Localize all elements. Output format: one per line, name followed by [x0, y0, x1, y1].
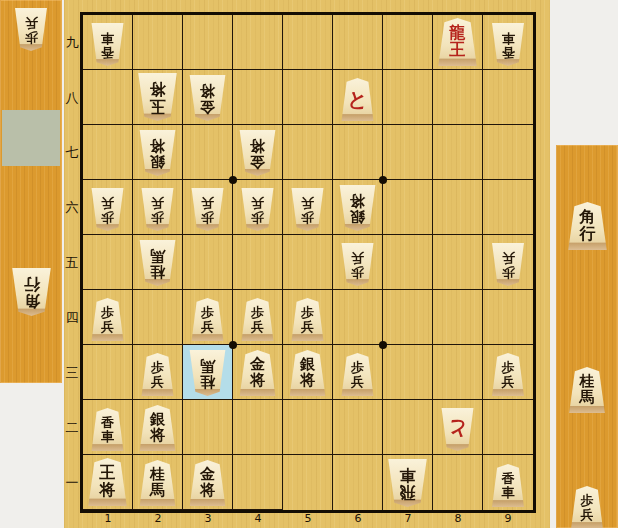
- shogi-piece[interactable]: と: [341, 78, 375, 121]
- board-cell[interactable]: [333, 400, 383, 455]
- board-cell[interactable]: 金将: [183, 455, 233, 510]
- shogi-piece[interactable]: 銀将: [289, 350, 327, 396]
- board-cell[interactable]: 歩兵: [83, 290, 133, 345]
- rank-label: 八: [62, 89, 82, 107]
- piece-kanji: 金将: [250, 137, 265, 169]
- shogi-piece[interactable]: 歩兵: [141, 188, 175, 231]
- board-cell[interactable]: [183, 235, 233, 290]
- board-cell[interactable]: [183, 15, 233, 70]
- shogi-piece[interactable]: 角行: [11, 268, 52, 316]
- rank-label: 六: [62, 199, 82, 217]
- board-cell[interactable]: [233, 455, 283, 510]
- board-cell[interactable]: 桂馬: [133, 235, 183, 290]
- board-cell[interactable]: 銀将: [133, 125, 183, 180]
- file-label: 8: [448, 512, 468, 525]
- rank-label: 九: [62, 34, 82, 52]
- shogi-piece[interactable]: 歩兵: [141, 353, 175, 396]
- piece-kanji: 銀将: [150, 137, 165, 169]
- file-label: 2: [148, 512, 168, 525]
- piece-kanji: 桂馬: [580, 374, 595, 406]
- board-cell[interactable]: [333, 290, 383, 345]
- shogi-piece[interactable]: 銀将: [139, 130, 177, 176]
- board-cell[interactable]: 歩兵: [483, 235, 533, 290]
- piece-kanji: 歩兵: [151, 196, 164, 224]
- shogi-piece[interactable]: 龍王: [437, 18, 478, 66]
- rank-label: 三: [62, 364, 82, 382]
- piece-kanji: 香車: [101, 31, 114, 59]
- board-cell[interactable]: 桂馬: [133, 455, 183, 510]
- board-cell[interactable]: 玉将: [133, 70, 183, 125]
- piece-kanji: 金将: [200, 467, 215, 499]
- board-cell[interactable]: [283, 15, 333, 70]
- board-cell[interactable]: [283, 400, 333, 455]
- piece-kanji: と: [347, 89, 367, 110]
- board-cell[interactable]: [233, 400, 283, 455]
- board-cell[interactable]: [433, 180, 483, 235]
- shogi-piece[interactable]: 歩兵: [91, 298, 125, 341]
- shogi-piece[interactable]: 桂馬: [189, 350, 227, 396]
- shogi-piece[interactable]: 玉将: [137, 73, 178, 121]
- board-cell[interactable]: [383, 235, 433, 290]
- board-cell[interactable]: [383, 125, 433, 180]
- shogi-piece[interactable]: 歩兵: [341, 243, 375, 286]
- hand-tray-placeholder: [2, 110, 60, 166]
- board-cell[interactable]: 歩兵: [133, 345, 183, 400]
- board-cell[interactable]: [433, 235, 483, 290]
- board-cell[interactable]: 歩兵: [333, 345, 383, 400]
- board-cell[interactable]: 歩兵: [183, 180, 233, 235]
- shogi-piece[interactable]: 銀将: [339, 185, 377, 231]
- captured-tray-gote: 角行桂馬歩兵: [556, 145, 618, 528]
- file-label: 7: [398, 512, 418, 525]
- board-cell[interactable]: [383, 15, 433, 70]
- board-cell[interactable]: [433, 290, 483, 345]
- file-label: 6: [348, 512, 368, 525]
- star-point: [379, 176, 387, 184]
- shogi-piece[interactable]: 歩兵: [291, 188, 325, 231]
- board-cell[interactable]: 香車: [83, 400, 133, 455]
- shogi-piece[interactable]: 銀将: [139, 405, 177, 451]
- board-cell[interactable]: [483, 70, 533, 125]
- piece-kanji: 歩兵: [351, 251, 364, 279]
- board-cell[interactable]: 王将: [83, 455, 133, 510]
- board-cell[interactable]: [333, 455, 383, 510]
- shogi-piece[interactable]: 桂馬: [568, 367, 606, 413]
- board-cell[interactable]: [133, 15, 183, 70]
- shogi-piece[interactable]: 歩兵: [491, 353, 525, 396]
- board-cell[interactable]: 金将: [183, 70, 233, 125]
- shogi-piece[interactable]: 桂馬: [139, 240, 177, 286]
- board-cell[interactable]: [83, 345, 133, 400]
- shogi-piece[interactable]: 角行: [567, 202, 608, 250]
- piece-kanji: 香車: [101, 416, 114, 444]
- shogi-piece[interactable]: 香車: [91, 23, 125, 66]
- board-cell[interactable]: [283, 235, 333, 290]
- shogi-piece[interactable]: 金将: [239, 130, 277, 176]
- board-cell[interactable]: 金将: [233, 345, 283, 400]
- board-cell[interactable]: 香車: [483, 15, 533, 70]
- shogi-piece[interactable]: 歩兵: [241, 298, 275, 341]
- board-grid: 香車龍王香車玉将金将と銀将金将歩兵歩兵歩兵歩兵歩兵銀将桂馬歩兵歩兵歩兵歩兵歩兵歩…: [80, 12, 536, 513]
- file-label: 4: [248, 512, 268, 525]
- star-point: [229, 341, 237, 349]
- piece-kanji: 香車: [502, 31, 515, 59]
- rank-label: 一: [62, 474, 82, 492]
- board-cell[interactable]: 金将: [233, 125, 283, 180]
- board-cell[interactable]: 龍王: [433, 15, 483, 70]
- piece-kanji: 歩兵: [251, 196, 264, 224]
- piece-kanji: 歩兵: [151, 361, 164, 389]
- shogi-piece[interactable]: 歩兵: [191, 298, 225, 341]
- shogi-piece[interactable]: 王将: [87, 458, 128, 506]
- star-point: [379, 341, 387, 349]
- piece-kanji: 金将: [200, 82, 215, 114]
- rank-label: 五: [62, 254, 82, 272]
- board-cell[interactable]: [383, 400, 433, 455]
- board-cell[interactable]: [133, 290, 183, 345]
- file-label: 5: [298, 512, 318, 525]
- rank-label: 二: [62, 419, 82, 437]
- board-cell[interactable]: [333, 125, 383, 180]
- board-cell[interactable]: 歩兵: [233, 290, 283, 345]
- shogi-piece[interactable]: 金将: [189, 460, 227, 506]
- board-cell[interactable]: 銀将: [283, 345, 333, 400]
- piece-kanji: 龍王: [450, 25, 466, 59]
- piece-kanji: 金将: [250, 357, 265, 389]
- board-cell[interactable]: [433, 70, 483, 125]
- piece-kanji: 角行: [24, 275, 40, 309]
- piece-kanji: 銀将: [150, 412, 165, 444]
- board-cell[interactable]: [433, 345, 483, 400]
- shogi-piece[interactable]: 飛車: [387, 459, 428, 507]
- board-cell[interactable]: [333, 15, 383, 70]
- board-cell[interactable]: [83, 125, 133, 180]
- shogi-piece[interactable]: 歩兵: [191, 188, 225, 231]
- shogi-piece[interactable]: 金将: [239, 350, 277, 396]
- board-cell[interactable]: [283, 455, 333, 510]
- piece-kanji: 歩兵: [502, 361, 515, 389]
- board-cell[interactable]: 香車: [83, 15, 133, 70]
- board-cell[interactable]: [233, 235, 283, 290]
- piece-kanji: 角行: [580, 209, 596, 243]
- shogi-piece[interactable]: と: [441, 408, 475, 451]
- file-label: 1: [98, 512, 118, 525]
- board-cell[interactable]: [483, 290, 533, 345]
- shogi-piece[interactable]: 香車: [491, 464, 525, 507]
- board-cell[interactable]: 歩兵: [183, 290, 233, 345]
- board-cell[interactable]: [483, 125, 533, 180]
- board-cell[interactable]: 香車: [483, 455, 533, 510]
- piece-kanji: 銀将: [350, 192, 365, 224]
- piece-kanji: 歩兵: [502, 251, 515, 279]
- piece-kanji: 歩兵: [301, 196, 314, 224]
- board-cell[interactable]: [383, 345, 433, 400]
- board-cell[interactable]: 歩兵: [283, 180, 333, 235]
- board-cell[interactable]: 歩兵: [483, 345, 533, 400]
- shogi-piece[interactable]: 桂馬: [139, 460, 177, 506]
- board-cell[interactable]: 歩兵: [83, 180, 133, 235]
- piece-kanji: 歩兵: [201, 196, 214, 224]
- piece-kanji: 歩兵: [101, 196, 114, 224]
- board-cell[interactable]: [233, 70, 283, 125]
- board-cell[interactable]: [233, 15, 283, 70]
- rank-label: 七: [62, 144, 82, 162]
- shogi-piece[interactable]: 歩兵: [291, 298, 325, 341]
- board-cell[interactable]: 飛車: [383, 455, 433, 510]
- shogi-piece[interactable]: 歩兵: [241, 188, 275, 231]
- board-cell[interactable]: [433, 125, 483, 180]
- shogi-piece[interactable]: 歩兵: [14, 8, 48, 51]
- board-cell[interactable]: [83, 70, 133, 125]
- board-cell[interactable]: 桂馬: [183, 345, 233, 400]
- board-cell[interactable]: 歩兵: [333, 235, 383, 290]
- board-cell[interactable]: [283, 125, 333, 180]
- board-cell[interactable]: と: [333, 70, 383, 125]
- piece-kanji: 歩兵: [301, 306, 314, 334]
- board-cell[interactable]: [383, 290, 433, 345]
- piece-kanji: 飛車: [400, 466, 416, 500]
- piece-kanji: 歩兵: [351, 361, 364, 389]
- board-cell[interactable]: 銀将: [133, 400, 183, 455]
- piece-kanji: 香車: [502, 472, 515, 500]
- shogi-piece[interactable]: 歩兵: [491, 243, 525, 286]
- shogi-piece[interactable]: 歩兵: [91, 188, 125, 231]
- file-label: 9: [498, 512, 518, 525]
- piece-kanji: 玉将: [150, 80, 166, 114]
- shogi-piece[interactable]: 金将: [189, 75, 227, 121]
- piece-kanji: 歩兵: [581, 494, 594, 522]
- board-cell[interactable]: [383, 70, 433, 125]
- rank-label: 四: [62, 309, 82, 327]
- shogi-piece[interactable]: 歩兵: [570, 486, 604, 528]
- piece-kanji: 歩兵: [251, 306, 264, 334]
- piece-kanji: 王将: [100, 465, 116, 499]
- piece-kanji: 歩兵: [201, 306, 214, 334]
- board-cell[interactable]: 銀将: [333, 180, 383, 235]
- board-cell[interactable]: [383, 180, 433, 235]
- piece-kanji: 歩兵: [101, 306, 114, 334]
- piece-kanji: 桂馬: [150, 467, 165, 499]
- star-point: [229, 176, 237, 184]
- board-cell[interactable]: 歩兵: [133, 180, 183, 235]
- file-label: 3: [198, 512, 218, 525]
- shogi-piece[interactable]: 歩兵: [341, 353, 375, 396]
- board-cell[interactable]: [433, 455, 483, 510]
- board-cell[interactable]: 歩兵: [233, 180, 283, 235]
- shogi-app: { "game": "shogi", "position": { "sfen":…: [0, 0, 618, 528]
- shogi-piece[interactable]: 香車: [491, 23, 525, 66]
- board-cell[interactable]: と: [433, 400, 483, 455]
- board-cell[interactable]: [283, 70, 333, 125]
- piece-kanji: 銀将: [300, 357, 315, 389]
- board-cell[interactable]: [483, 180, 533, 235]
- board-cell[interactable]: [83, 235, 133, 290]
- piece-kanji: 桂馬: [150, 247, 165, 279]
- board-cell[interactable]: [483, 400, 533, 455]
- piece-kanji: 桂馬: [200, 357, 215, 389]
- shogi-piece[interactable]: 香車: [91, 408, 125, 451]
- board-cell[interactable]: 歩兵: [283, 290, 333, 345]
- piece-kanji: と: [447, 419, 467, 440]
- captured-tray-sente: 歩兵角行: [0, 0, 62, 383]
- board-cell[interactable]: [183, 125, 233, 180]
- piece-kanji: 歩兵: [25, 16, 38, 44]
- board-cell[interactable]: [183, 400, 233, 455]
